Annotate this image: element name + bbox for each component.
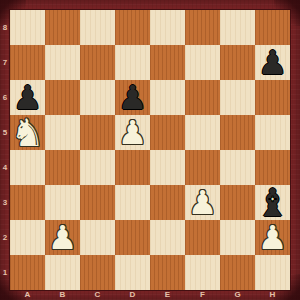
file-label-c: C (80, 290, 115, 300)
rank-label-7: 7 (0, 45, 10, 80)
square-e3[interactable] (150, 185, 185, 220)
rank-label-8: 8 (0, 10, 10, 45)
square-e2[interactable] (150, 220, 185, 255)
square-h3[interactable]: ♝ (255, 185, 290, 220)
file-label-b: B (45, 290, 80, 300)
square-d6[interactable]: ♟ (115, 80, 150, 115)
square-c8[interactable] (80, 10, 115, 45)
square-h7[interactable]: ♟ (255, 45, 290, 80)
rank-label-5: 5 (0, 115, 10, 150)
square-a4[interactable] (10, 150, 45, 185)
square-b8[interactable] (45, 10, 80, 45)
square-b3[interactable] (45, 185, 80, 220)
piece-black-pawn-h7[interactable]: ♟ (255, 45, 290, 80)
square-f8[interactable] (185, 10, 220, 45)
square-d7[interactable] (115, 45, 150, 80)
square-b4[interactable] (45, 150, 80, 185)
square-f2[interactable] (185, 220, 220, 255)
square-g4[interactable] (220, 150, 255, 185)
square-e4[interactable] (150, 150, 185, 185)
square-d1[interactable] (115, 255, 150, 290)
chess-board: ♟♟♟♞♟♟♝♟♟ (10, 10, 290, 290)
square-e1[interactable] (150, 255, 185, 290)
square-g3[interactable] (220, 185, 255, 220)
file-label-g: G (220, 290, 255, 300)
square-f3[interactable]: ♟ (185, 185, 220, 220)
square-f5[interactable] (185, 115, 220, 150)
rank-label-1: 1 (0, 255, 10, 290)
file-label-e: E (150, 290, 185, 300)
square-c7[interactable] (80, 45, 115, 80)
square-b6[interactable] (45, 80, 80, 115)
square-b7[interactable] (45, 45, 80, 80)
square-g1[interactable] (220, 255, 255, 290)
square-a7[interactable] (10, 45, 45, 80)
square-b2[interactable]: ♟ (45, 220, 80, 255)
piece-white-knight-a5[interactable]: ♞ (10, 115, 45, 150)
file-label-h: H (255, 290, 290, 300)
square-c6[interactable] (80, 80, 115, 115)
piece-black-pawn-d6[interactable]: ♟ (115, 80, 150, 115)
piece-black-bishop-h3[interactable]: ♝ (255, 185, 290, 220)
square-e7[interactable] (150, 45, 185, 80)
file-label-f: F (185, 290, 220, 300)
square-a2[interactable] (10, 220, 45, 255)
piece-white-pawn-b2[interactable]: ♟ (45, 220, 80, 255)
square-a1[interactable] (10, 255, 45, 290)
square-h4[interactable] (255, 150, 290, 185)
rank-label-6: 6 (0, 80, 10, 115)
square-g5[interactable] (220, 115, 255, 150)
square-a6[interactable]: ♟ (10, 80, 45, 115)
square-d5[interactable]: ♟ (115, 115, 150, 150)
square-f4[interactable] (185, 150, 220, 185)
file-label-d: D (115, 290, 150, 300)
square-a3[interactable] (10, 185, 45, 220)
piece-white-pawn-f3[interactable]: ♟ (185, 185, 220, 220)
square-d4[interactable] (115, 150, 150, 185)
square-b1[interactable] (45, 255, 80, 290)
square-d3[interactable] (115, 185, 150, 220)
file-label-a: A (10, 290, 45, 300)
square-g6[interactable] (220, 80, 255, 115)
square-c3[interactable] (80, 185, 115, 220)
piece-white-pawn-h2[interactable]: ♟ (255, 220, 290, 255)
square-c5[interactable] (80, 115, 115, 150)
square-e6[interactable] (150, 80, 185, 115)
square-f6[interactable] (185, 80, 220, 115)
piece-black-pawn-a6[interactable]: ♟ (10, 80, 45, 115)
square-f7[interactable] (185, 45, 220, 80)
square-c2[interactable] (80, 220, 115, 255)
chess-board-frame: ♟♟♟♞♟♟♝♟♟ 87654321ABCDEFGH (0, 0, 300, 300)
square-d8[interactable] (115, 10, 150, 45)
square-e5[interactable] (150, 115, 185, 150)
square-f1[interactable] (185, 255, 220, 290)
square-h5[interactable] (255, 115, 290, 150)
square-h2[interactable]: ♟ (255, 220, 290, 255)
rank-label-4: 4 (0, 150, 10, 185)
square-c1[interactable] (80, 255, 115, 290)
rank-label-2: 2 (0, 220, 10, 255)
square-a5[interactable]: ♞ (10, 115, 45, 150)
square-g7[interactable] (220, 45, 255, 80)
square-e8[interactable] (150, 10, 185, 45)
square-h8[interactable] (255, 10, 290, 45)
square-g2[interactable] (220, 220, 255, 255)
square-d2[interactable] (115, 220, 150, 255)
square-h1[interactable] (255, 255, 290, 290)
square-c4[interactable] (80, 150, 115, 185)
rank-label-3: 3 (0, 185, 10, 220)
piece-white-pawn-d5[interactable]: ♟ (115, 115, 150, 150)
square-b5[interactable] (45, 115, 80, 150)
square-g8[interactable] (220, 10, 255, 45)
square-h6[interactable] (255, 80, 290, 115)
square-a8[interactable] (10, 10, 45, 45)
